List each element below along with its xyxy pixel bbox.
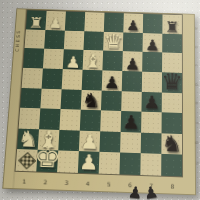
rank-label-5: 5 [98,180,119,187]
square-b4[interactable] [83,31,103,51]
piece-bP[interactable]: ♟ [125,56,141,71]
square-g4[interactable]: ♟ [79,130,100,152]
square-c2[interactable] [43,49,64,69]
square-h8[interactable] [161,154,182,176]
square-d2[interactable] [42,68,63,89]
piece-wQ[interactable]: ♛ [103,32,123,52]
square-e2[interactable] [40,88,61,109]
square-f5[interactable] [100,110,121,131]
rank-label-8: 8 [162,182,183,189]
corner-emblem [19,153,34,168]
rank-label-2: 2 [35,178,57,185]
square-d1[interactable] [22,68,43,89]
square-a2[interactable]: ♟ [45,11,65,30]
piece-bP[interactable]: ♟ [126,19,140,33]
piece-bP[interactable]: ♟ [143,95,160,112]
square-e8[interactable] [162,92,182,113]
rank-label-3: 3 [56,178,77,185]
square-b2[interactable] [44,30,65,50]
square-d7[interactable] [142,72,162,93]
square-a6[interactable]: ♟ [123,13,143,32]
square-b1[interactable] [25,29,46,49]
chess-board-grid[interactable]: ♜♟♟♜♛♟♟♝♟♟♛♞♟♟♞♝♟♞♚♟ [14,9,183,177]
square-e4[interactable]: ♞ [81,90,102,111]
square-c4[interactable]: ♝ [83,50,104,70]
square-b5[interactable]: ♛ [103,32,123,52]
square-c7[interactable] [142,52,162,72]
captured-piece-bP[interactable]: ♟ [127,184,143,200]
square-g6[interactable] [120,132,141,154]
square-f6[interactable]: ♟ [121,111,142,132]
piece-bP[interactable]: ♟ [145,38,160,52]
piece-wP[interactable]: ♟ [78,153,98,173]
square-b3[interactable] [64,30,85,50]
piece-wR[interactable]: ♜ [28,15,44,30]
rank-label-1: 1 [14,177,36,184]
square-c1[interactable] [23,48,44,68]
square-a8[interactable]: ♜ [162,15,182,34]
square-h6[interactable] [119,153,140,175]
square-g7[interactable] [141,132,162,154]
square-h2[interactable]: ♚ [36,150,58,172]
square-h5[interactable] [99,152,120,174]
square-g5[interactable] [99,131,120,153]
piece-bP[interactable]: ♟ [122,114,140,132]
piece-bR[interactable]: ♜ [165,19,180,34]
rank-label-4: 4 [77,179,98,186]
file-coordinates: abcdefgh [185,19,194,173]
chess-board-mat: CHESS ♜♟♟♜♛♟♟♝♟♟♛♞♟♟♞♝♟♞♚♟ 12345678 abcd… [2,8,196,195]
captured-piece-bP[interactable]: ♟ [143,184,159,200]
captured-pieces-offboard[interactable]: ♟♟ [128,185,161,200]
square-e5[interactable] [101,90,122,111]
piece-wP[interactable]: ♟ [65,54,81,69]
square-b8[interactable] [162,33,182,53]
square-a1[interactable]: ♜ [26,10,47,29]
square-e6[interactable] [121,91,142,112]
piece-bN[interactable]: ♞ [161,133,182,155]
piece-wP[interactable]: ♟ [48,17,62,30]
square-b6[interactable] [123,32,143,52]
square-d8[interactable]: ♛ [162,72,182,93]
square-d3[interactable] [62,69,83,90]
square-b7[interactable]: ♟ [142,33,162,53]
square-h4[interactable]: ♟ [78,151,100,173]
square-d6[interactable] [122,71,142,92]
square-f4[interactable] [80,110,101,131]
square-h7[interactable] [140,154,161,176]
square-d5[interactable]: ♟ [102,70,123,91]
square-c5[interactable] [102,51,122,71]
square-e1[interactable] [20,88,41,109]
photo-chess-scene: CHESS ♜♟♟♜♛♟♟♝♟♟♛♞♟♟♞♝♟♞♚♟ 12345678 abcd… [0,0,200,200]
piece-bN[interactable]: ♞ [81,91,101,111]
square-c3[interactable]: ♟ [63,49,84,69]
piece-wB[interactable]: ♝ [83,52,102,70]
square-e3[interactable] [61,89,82,110]
piece-bP[interactable]: ♟ [104,74,121,90]
square-e7[interactable]: ♟ [141,91,161,112]
piece-wP[interactable]: ♟ [80,133,99,152]
square-f7[interactable] [141,112,162,133]
square-f3[interactable] [59,109,80,130]
square-a4[interactable] [84,12,104,31]
square-a7[interactable] [143,14,163,33]
square-c6[interactable]: ♟ [122,51,142,71]
square-a3[interactable] [65,12,85,31]
piece-bQ[interactable]: ♛ [161,71,183,93]
square-h3[interactable] [57,151,79,173]
square-g8[interactable]: ♞ [161,133,182,155]
square-d4[interactable] [82,70,103,91]
